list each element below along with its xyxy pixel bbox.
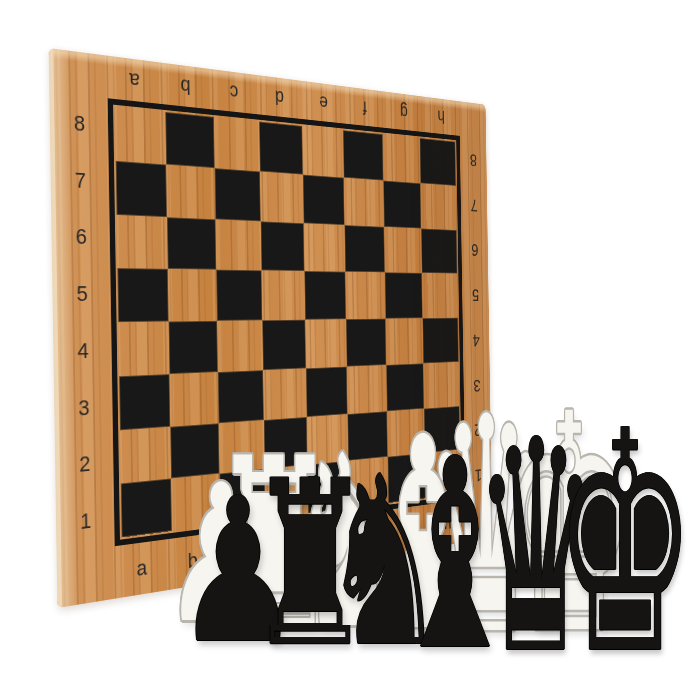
rank-label-right-5: 5 [472,285,479,305]
square-h6[interactable] [421,228,457,274]
square-a4[interactable] [118,321,169,376]
rank-label-right-4: 4 [473,330,480,350]
square-b5[interactable] [168,269,217,321]
square-a7[interactable] [116,161,167,217]
square-f5[interactable] [345,272,385,319]
square-a5[interactable] [117,268,168,322]
file-label-top-e: e [319,91,328,114]
square-d7[interactable] [260,171,304,223]
square-h5[interactable] [422,273,458,318]
rank-label-right-6: 6 [471,240,478,261]
square-a6[interactable] [117,214,168,269]
square-f4[interactable] [346,319,386,367]
rank-label-left-4: 4 [77,338,89,364]
square-g4[interactable] [385,318,423,365]
square-c6[interactable] [215,219,261,271]
rank-label-left-6: 6 [75,224,87,250]
square-a8[interactable] [115,107,166,165]
file-label-top-b: b [180,73,190,98]
rank-label-left-2: 2 [79,451,91,478]
black-king[interactable]: ♚ [554,391,696,696]
square-f7[interactable] [344,177,384,226]
square-f6[interactable] [345,225,385,273]
square-g6[interactable] [384,226,422,273]
square-g5[interactable] [384,273,422,319]
file-label-top-c: c [229,80,238,105]
file-label-top-a: a [129,67,140,93]
rank-label-right-7: 7 [470,194,477,215]
square-b7[interactable] [166,164,215,219]
rank-label-left-5: 5 [76,281,88,307]
square-e7[interactable] [303,174,345,224]
rank-label-right-8: 8 [470,149,477,170]
file-label-top-d: d [275,85,284,109]
file-label-bottom-a: a [136,555,147,581]
square-d5[interactable] [261,271,305,321]
square-d4[interactable] [262,320,306,370]
square-c8[interactable] [213,117,259,171]
square-d8[interactable] [259,122,303,175]
square-c5[interactable] [216,270,262,321]
square-h8[interactable] [420,138,456,186]
square-b4[interactable] [169,321,218,374]
file-label-top-f: f [362,96,366,118]
square-e8[interactable] [302,126,344,177]
square-c7[interactable] [214,168,260,221]
square-b6[interactable] [167,217,216,270]
square-d6[interactable] [261,221,305,271]
square-f8[interactable] [343,130,383,180]
file-label-top-g: g [400,101,408,123]
square-b8[interactable] [166,112,215,168]
square-e5[interactable] [304,271,346,319]
rank-labels-left: 87654321 [49,92,114,554]
file-label-top-h: h [438,106,446,128]
rank-label-left-7: 7 [74,167,86,193]
square-a3[interactable] [119,374,170,430]
square-c4[interactable] [217,320,263,372]
square-e4[interactable] [305,319,347,368]
chess-set-photo: abcdefgh 87654321 87654321 abcdefgh ♟♜♞♝… [0,0,700,700]
square-h7[interactable] [420,183,456,230]
square-e6[interactable] [304,223,346,272]
rank-label-left-3: 3 [78,395,90,421]
rank-label-left-1: 1 [80,508,92,535]
square-g7[interactable] [383,180,421,228]
square-g8[interactable] [382,134,420,183]
rank-label-left-8: 8 [74,110,86,137]
